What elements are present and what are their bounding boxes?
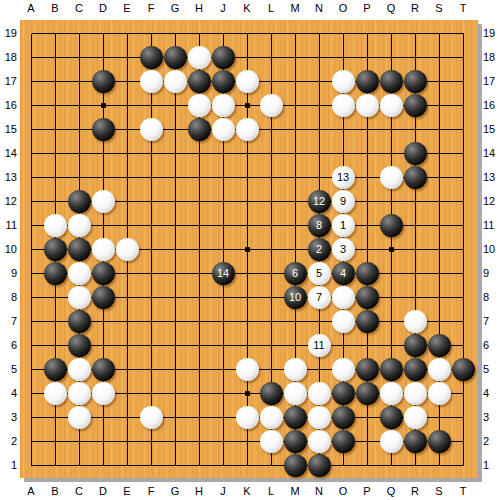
intersection-E9[interactable]	[115, 261, 139, 285]
intersection-M9[interactable]: 6	[283, 261, 307, 285]
intersection-L3[interactable]	[259, 405, 283, 429]
intersection-B14[interactable]	[43, 141, 67, 165]
intersection-F15[interactable]	[139, 117, 163, 141]
intersection-Q18[interactable]	[379, 45, 403, 69]
intersection-C6[interactable]	[67, 333, 91, 357]
intersection-H4[interactable]	[187, 381, 211, 405]
intersection-J2[interactable]	[211, 429, 235, 453]
intersection-H18[interactable]	[187, 45, 211, 69]
intersection-M7[interactable]	[283, 309, 307, 333]
intersection-B15[interactable]	[43, 117, 67, 141]
intersection-P5[interactable]	[355, 357, 379, 381]
intersection-Q14[interactable]	[379, 141, 403, 165]
intersection-N10[interactable]: 2	[307, 237, 331, 261]
intersection-M19[interactable]	[283, 21, 307, 45]
intersection-N16[interactable]	[307, 93, 331, 117]
intersection-A4[interactable]	[19, 381, 43, 405]
intersection-H12[interactable]	[187, 189, 211, 213]
intersection-K5[interactable]	[235, 357, 259, 381]
intersection-E13[interactable]	[115, 165, 139, 189]
intersection-D13[interactable]	[91, 165, 115, 189]
intersection-J17[interactable]	[211, 69, 235, 93]
intersection-A8[interactable]	[19, 285, 43, 309]
intersection-B11[interactable]	[43, 213, 67, 237]
intersection-G1[interactable]	[163, 453, 187, 477]
intersection-K6[interactable]	[235, 333, 259, 357]
intersection-G16[interactable]	[163, 93, 187, 117]
intersection-O7[interactable]	[331, 309, 355, 333]
intersection-L9[interactable]	[259, 261, 283, 285]
intersection-Q17[interactable]	[379, 69, 403, 93]
intersection-M1[interactable]	[283, 453, 307, 477]
intersection-P19[interactable]	[355, 21, 379, 45]
intersection-O17[interactable]	[331, 69, 355, 93]
intersection-H5[interactable]	[187, 357, 211, 381]
intersection-O15[interactable]	[331, 117, 355, 141]
intersection-C8[interactable]	[67, 285, 91, 309]
intersection-E19[interactable]	[115, 21, 139, 45]
intersection-O18[interactable]	[331, 45, 355, 69]
intersection-Q1[interactable]	[379, 453, 403, 477]
intersection-E3[interactable]	[115, 405, 139, 429]
intersection-N9[interactable]: 5	[307, 261, 331, 285]
intersection-F10[interactable]	[139, 237, 163, 261]
intersection-T10[interactable]	[451, 237, 475, 261]
intersection-Q16[interactable]	[379, 93, 403, 117]
intersection-Q2[interactable]	[379, 429, 403, 453]
intersection-R12[interactable]	[403, 189, 427, 213]
intersection-R5[interactable]	[403, 357, 427, 381]
intersection-D1[interactable]	[91, 453, 115, 477]
intersection-F17[interactable]	[139, 69, 163, 93]
intersection-Q13[interactable]	[379, 165, 403, 189]
intersection-O2[interactable]	[331, 429, 355, 453]
intersection-B16[interactable]	[43, 93, 67, 117]
intersection-D10[interactable]	[91, 237, 115, 261]
intersection-J14[interactable]	[211, 141, 235, 165]
intersection-K18[interactable]	[235, 45, 259, 69]
intersection-Q6[interactable]	[379, 333, 403, 357]
intersection-H9[interactable]	[187, 261, 211, 285]
intersection-Q19[interactable]	[379, 21, 403, 45]
intersection-S11[interactable]	[427, 213, 451, 237]
intersection-D17[interactable]	[91, 69, 115, 93]
intersection-H17[interactable]	[187, 69, 211, 93]
intersection-M18[interactable]	[283, 45, 307, 69]
intersection-R16[interactable]	[403, 93, 427, 117]
intersection-N3[interactable]	[307, 405, 331, 429]
intersection-G15[interactable]	[163, 117, 187, 141]
intersection-C5[interactable]	[67, 357, 91, 381]
intersection-F13[interactable]	[139, 165, 163, 189]
intersection-O6[interactable]	[331, 333, 355, 357]
intersection-R13[interactable]	[403, 165, 427, 189]
intersection-O11[interactable]: 1	[331, 213, 355, 237]
intersection-F11[interactable]	[139, 213, 163, 237]
intersection-H15[interactable]	[187, 117, 211, 141]
intersection-C7[interactable]	[67, 309, 91, 333]
intersection-G10[interactable]	[163, 237, 187, 261]
intersection-M3[interactable]	[283, 405, 307, 429]
intersection-T8[interactable]	[451, 285, 475, 309]
intersection-F9[interactable]	[139, 261, 163, 285]
intersection-L7[interactable]	[259, 309, 283, 333]
intersection-G9[interactable]	[163, 261, 187, 285]
intersection-Q5[interactable]	[379, 357, 403, 381]
intersection-E10[interactable]	[115, 237, 139, 261]
intersection-L2[interactable]	[259, 429, 283, 453]
intersection-O14[interactable]	[331, 141, 355, 165]
intersection-B3[interactable]	[43, 405, 67, 429]
intersection-M2[interactable]	[283, 429, 307, 453]
intersection-A18[interactable]	[19, 45, 43, 69]
intersection-Q8[interactable]	[379, 285, 403, 309]
intersection-K12[interactable]	[235, 189, 259, 213]
intersection-Q9[interactable]	[379, 261, 403, 285]
intersection-B10[interactable]	[43, 237, 67, 261]
intersection-S17[interactable]	[427, 69, 451, 93]
intersection-B4[interactable]	[43, 381, 67, 405]
intersection-Q3[interactable]	[379, 405, 403, 429]
intersection-S14[interactable]	[427, 141, 451, 165]
intersection-B2[interactable]	[43, 429, 67, 453]
intersection-E8[interactable]	[115, 285, 139, 309]
intersection-D14[interactable]	[91, 141, 115, 165]
intersection-R1[interactable]	[403, 453, 427, 477]
intersection-J11[interactable]	[211, 213, 235, 237]
intersection-N19[interactable]	[307, 21, 331, 45]
intersection-H6[interactable]	[187, 333, 211, 357]
intersection-A3[interactable]	[19, 405, 43, 429]
intersection-S1[interactable]	[427, 453, 451, 477]
intersection-P18[interactable]	[355, 45, 379, 69]
intersection-O1[interactable]	[331, 453, 355, 477]
intersection-N17[interactable]	[307, 69, 331, 93]
intersection-E6[interactable]	[115, 333, 139, 357]
intersection-K11[interactable]	[235, 213, 259, 237]
intersection-J3[interactable]	[211, 405, 235, 429]
intersection-H11[interactable]	[187, 213, 211, 237]
intersection-S12[interactable]	[427, 189, 451, 213]
intersection-E15[interactable]	[115, 117, 139, 141]
intersection-G17[interactable]	[163, 69, 187, 93]
intersection-T9[interactable]	[451, 261, 475, 285]
intersection-F12[interactable]	[139, 189, 163, 213]
intersection-D19[interactable]	[91, 21, 115, 45]
intersection-T19[interactable]	[451, 21, 475, 45]
intersection-O3[interactable]	[331, 405, 355, 429]
intersection-J15[interactable]	[211, 117, 235, 141]
intersection-P16[interactable]	[355, 93, 379, 117]
intersection-A16[interactable]	[19, 93, 43, 117]
intersection-S8[interactable]	[427, 285, 451, 309]
intersection-Q12[interactable]	[379, 189, 403, 213]
intersection-K7[interactable]	[235, 309, 259, 333]
intersection-C1[interactable]	[67, 453, 91, 477]
intersection-G13[interactable]	[163, 165, 187, 189]
intersection-K2[interactable]	[235, 429, 259, 453]
intersection-R4[interactable]	[403, 381, 427, 405]
intersection-G7[interactable]	[163, 309, 187, 333]
intersection-H10[interactable]	[187, 237, 211, 261]
intersection-A2[interactable]	[19, 429, 43, 453]
intersection-J12[interactable]	[211, 189, 235, 213]
intersection-E2[interactable]	[115, 429, 139, 453]
intersection-N18[interactable]	[307, 45, 331, 69]
intersection-J18[interactable]	[211, 45, 235, 69]
intersection-O19[interactable]	[331, 21, 355, 45]
intersection-R19[interactable]	[403, 21, 427, 45]
intersection-D9[interactable]	[91, 261, 115, 285]
intersection-P4[interactable]	[355, 381, 379, 405]
intersection-S9[interactable]	[427, 261, 451, 285]
intersection-B12[interactable]	[43, 189, 67, 213]
intersection-B13[interactable]	[43, 165, 67, 189]
intersection-M16[interactable]	[283, 93, 307, 117]
intersection-L1[interactable]	[259, 453, 283, 477]
intersection-N5[interactable]	[307, 357, 331, 381]
intersection-R3[interactable]	[403, 405, 427, 429]
intersection-S10[interactable]	[427, 237, 451, 261]
intersection-A6[interactable]	[19, 333, 43, 357]
intersection-D6[interactable]	[91, 333, 115, 357]
intersection-G11[interactable]	[163, 213, 187, 237]
intersection-T1[interactable]	[451, 453, 475, 477]
intersection-T12[interactable]	[451, 189, 475, 213]
intersection-O16[interactable]	[331, 93, 355, 117]
intersection-P3[interactable]	[355, 405, 379, 429]
intersection-A14[interactable]	[19, 141, 43, 165]
intersection-H2[interactable]	[187, 429, 211, 453]
intersection-T17[interactable]	[451, 69, 475, 93]
intersection-S6[interactable]	[427, 333, 451, 357]
intersection-Q15[interactable]	[379, 117, 403, 141]
intersection-E7[interactable]	[115, 309, 139, 333]
intersection-L6[interactable]	[259, 333, 283, 357]
intersection-C14[interactable]	[67, 141, 91, 165]
intersection-B7[interactable]	[43, 309, 67, 333]
intersection-M14[interactable]	[283, 141, 307, 165]
intersection-K9[interactable]	[235, 261, 259, 285]
intersection-L12[interactable]	[259, 189, 283, 213]
intersection-D5[interactable]	[91, 357, 115, 381]
intersection-M4[interactable]	[283, 381, 307, 405]
intersection-K3[interactable]	[235, 405, 259, 429]
intersection-O4[interactable]	[331, 381, 355, 405]
intersection-H7[interactable]	[187, 309, 211, 333]
intersection-P10[interactable]	[355, 237, 379, 261]
intersection-A11[interactable]	[19, 213, 43, 237]
intersection-O9[interactable]: 4	[331, 261, 355, 285]
intersection-F6[interactable]	[139, 333, 163, 357]
intersection-P13[interactable]	[355, 165, 379, 189]
intersection-A19[interactable]	[19, 21, 43, 45]
intersection-P1[interactable]	[355, 453, 379, 477]
intersection-R17[interactable]	[403, 69, 427, 93]
intersection-K14[interactable]	[235, 141, 259, 165]
intersection-D7[interactable]	[91, 309, 115, 333]
intersection-F16[interactable]	[139, 93, 163, 117]
intersection-H14[interactable]	[187, 141, 211, 165]
intersection-J6[interactable]	[211, 333, 235, 357]
intersection-G12[interactable]	[163, 189, 187, 213]
intersection-D2[interactable]	[91, 429, 115, 453]
intersection-C17[interactable]	[67, 69, 91, 93]
intersection-S15[interactable]	[427, 117, 451, 141]
intersection-J4[interactable]	[211, 381, 235, 405]
intersection-P7[interactable]	[355, 309, 379, 333]
intersection-T7[interactable]	[451, 309, 475, 333]
intersection-G14[interactable]	[163, 141, 187, 165]
intersection-L13[interactable]	[259, 165, 283, 189]
intersection-S16[interactable]	[427, 93, 451, 117]
intersection-E5[interactable]	[115, 357, 139, 381]
intersection-G19[interactable]	[163, 21, 187, 45]
intersection-T15[interactable]	[451, 117, 475, 141]
intersection-N13[interactable]	[307, 165, 331, 189]
intersection-R7[interactable]	[403, 309, 427, 333]
intersection-T11[interactable]	[451, 213, 475, 237]
intersection-B17[interactable]	[43, 69, 67, 93]
intersection-R9[interactable]	[403, 261, 427, 285]
intersection-S4[interactable]	[427, 381, 451, 405]
intersection-N4[interactable]	[307, 381, 331, 405]
intersection-L11[interactable]	[259, 213, 283, 237]
intersection-M5[interactable]	[283, 357, 307, 381]
intersection-S19[interactable]	[427, 21, 451, 45]
intersection-O12[interactable]: 9	[331, 189, 355, 213]
intersection-A12[interactable]	[19, 189, 43, 213]
intersection-A15[interactable]	[19, 117, 43, 141]
intersection-K8[interactable]	[235, 285, 259, 309]
intersection-M13[interactable]	[283, 165, 307, 189]
intersection-L17[interactable]	[259, 69, 283, 93]
intersection-S5[interactable]	[427, 357, 451, 381]
intersection-K16[interactable]	[235, 93, 259, 117]
intersection-M10[interactable]	[283, 237, 307, 261]
intersection-S13[interactable]	[427, 165, 451, 189]
intersection-J10[interactable]	[211, 237, 235, 261]
intersection-S18[interactable]	[427, 45, 451, 69]
intersection-N12[interactable]: 12	[307, 189, 331, 213]
intersection-C11[interactable]	[67, 213, 91, 237]
intersection-M17[interactable]	[283, 69, 307, 93]
intersection-J7[interactable]	[211, 309, 235, 333]
intersection-P14[interactable]	[355, 141, 379, 165]
intersection-K19[interactable]	[235, 21, 259, 45]
intersection-E4[interactable]	[115, 381, 139, 405]
intersection-F5[interactable]	[139, 357, 163, 381]
intersection-E1[interactable]	[115, 453, 139, 477]
intersection-M8[interactable]: 10	[283, 285, 307, 309]
intersection-A7[interactable]	[19, 309, 43, 333]
intersection-Q7[interactable]	[379, 309, 403, 333]
intersection-F2[interactable]	[139, 429, 163, 453]
intersection-J9[interactable]: 14	[211, 261, 235, 285]
intersection-K13[interactable]	[235, 165, 259, 189]
intersection-F3[interactable]	[139, 405, 163, 429]
intersection-L16[interactable]	[259, 93, 283, 117]
intersection-R6[interactable]	[403, 333, 427, 357]
intersection-C16[interactable]	[67, 93, 91, 117]
intersection-P15[interactable]	[355, 117, 379, 141]
intersection-K1[interactable]	[235, 453, 259, 477]
intersection-G4[interactable]	[163, 381, 187, 405]
intersection-P9[interactable]	[355, 261, 379, 285]
intersection-G5[interactable]	[163, 357, 187, 381]
intersection-T16[interactable]	[451, 93, 475, 117]
intersection-M11[interactable]	[283, 213, 307, 237]
intersection-F8[interactable]	[139, 285, 163, 309]
intersection-G3[interactable]	[163, 405, 187, 429]
intersection-E18[interactable]	[115, 45, 139, 69]
intersection-K10[interactable]	[235, 237, 259, 261]
intersection-E12[interactable]	[115, 189, 139, 213]
intersection-Q11[interactable]	[379, 213, 403, 237]
intersection-B8[interactable]	[43, 285, 67, 309]
intersection-C9[interactable]	[67, 261, 91, 285]
intersection-D8[interactable]	[91, 285, 115, 309]
intersection-O5[interactable]	[331, 357, 355, 381]
intersection-A9[interactable]	[19, 261, 43, 285]
intersection-L8[interactable]	[259, 285, 283, 309]
intersection-R18[interactable]	[403, 45, 427, 69]
intersection-E17[interactable]	[115, 69, 139, 93]
intersection-H13[interactable]	[187, 165, 211, 189]
intersection-N15[interactable]	[307, 117, 331, 141]
intersection-O10[interactable]: 3	[331, 237, 355, 261]
intersection-H16[interactable]	[187, 93, 211, 117]
intersection-D15[interactable]	[91, 117, 115, 141]
intersection-M6[interactable]	[283, 333, 307, 357]
intersection-E16[interactable]	[115, 93, 139, 117]
intersection-F14[interactable]	[139, 141, 163, 165]
intersection-J8[interactable]	[211, 285, 235, 309]
intersection-H3[interactable]	[187, 405, 211, 429]
intersection-L15[interactable]	[259, 117, 283, 141]
intersection-P2[interactable]	[355, 429, 379, 453]
intersection-G2[interactable]	[163, 429, 187, 453]
intersection-S2[interactable]	[427, 429, 451, 453]
intersection-L4[interactable]	[259, 381, 283, 405]
intersection-A10[interactable]	[19, 237, 43, 261]
intersection-R10[interactable]	[403, 237, 427, 261]
intersection-D12[interactable]	[91, 189, 115, 213]
intersection-A1[interactable]	[19, 453, 43, 477]
intersection-B6[interactable]	[43, 333, 67, 357]
intersection-N1[interactable]	[307, 453, 331, 477]
intersection-B5[interactable]	[43, 357, 67, 381]
intersection-R8[interactable]	[403, 285, 427, 309]
intersection-R14[interactable]	[403, 141, 427, 165]
intersection-T6[interactable]	[451, 333, 475, 357]
intersection-K4[interactable]	[235, 381, 259, 405]
intersection-C15[interactable]	[67, 117, 91, 141]
intersection-E14[interactable]	[115, 141, 139, 165]
intersection-N2[interactable]	[307, 429, 331, 453]
intersection-C19[interactable]	[67, 21, 91, 45]
intersection-Q10[interactable]	[379, 237, 403, 261]
intersection-J5[interactable]	[211, 357, 235, 381]
intersection-A5[interactable]	[19, 357, 43, 381]
intersection-F4[interactable]	[139, 381, 163, 405]
intersection-H8[interactable]	[187, 285, 211, 309]
intersection-M15[interactable]	[283, 117, 307, 141]
intersection-R2[interactable]	[403, 429, 427, 453]
intersection-A17[interactable]	[19, 69, 43, 93]
intersection-G8[interactable]	[163, 285, 187, 309]
intersection-D16[interactable]	[91, 93, 115, 117]
